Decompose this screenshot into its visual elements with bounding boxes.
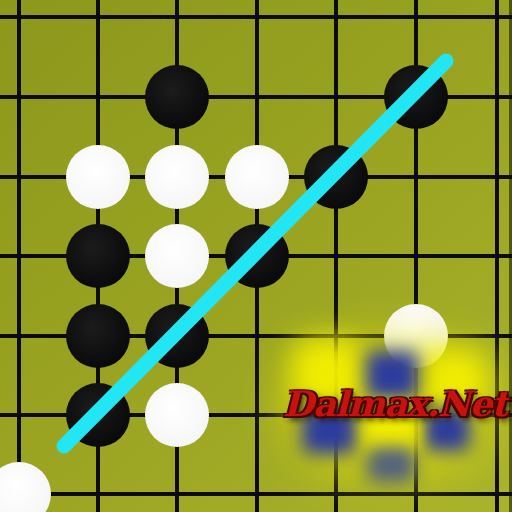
white-stone-c0r6 (0, 462, 51, 512)
white-stone-c2r2 (145, 145, 209, 209)
grid-line-horizontal-6 (0, 492, 512, 496)
black-stone-c5r1 (384, 65, 448, 129)
watermark-text: Dalmax.Net (283, 386, 491, 422)
white-stone-c3r2 (225, 145, 289, 209)
watermark-blur-blob-7 (367, 447, 415, 482)
grid-line-horizontal-0 (0, 15, 512, 19)
gomoku-board[interactable]: Dalmax.Net (0, 0, 512, 512)
black-stone-c1r3 (66, 224, 130, 288)
black-stone-c2r4 (145, 304, 209, 368)
black-stone-c4r2 (304, 145, 368, 209)
white-stone-c1r2 (66, 145, 130, 209)
white-stone-c2r3 (145, 224, 209, 288)
black-stone-c1r5 (66, 383, 130, 447)
black-stone-c3r3 (225, 224, 289, 288)
white-stone-c2r5 (145, 383, 209, 447)
black-stone-c1r4 (66, 304, 130, 368)
black-stone-c2r1 (145, 65, 209, 129)
